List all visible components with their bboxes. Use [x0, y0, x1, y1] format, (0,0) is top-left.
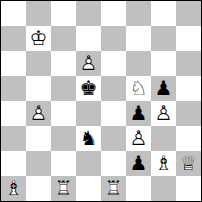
square-d1[interactable] [76, 176, 101, 201]
square-a3[interactable] [1, 126, 26, 151]
piece-white-rook[interactable]: ♜♖ [51, 176, 76, 201]
white-pawn-glyph: ♙ [151, 101, 176, 126]
white-rook-glyph: ♖ [51, 176, 76, 201]
white-pawn-glyph: ♙ [126, 126, 151, 151]
square-h2[interactable]: ♛♕ [176, 151, 201, 176]
white-queen-glyph: ♕ [176, 151, 201, 176]
square-a5[interactable] [1, 76, 26, 101]
square-h7[interactable] [176, 26, 201, 51]
square-g6[interactable] [151, 51, 176, 76]
piece-white-bishop[interactable]: ♝♗ [1, 176, 26, 201]
square-h4[interactable] [176, 101, 201, 126]
square-g5[interactable]: ♟ [151, 76, 176, 101]
piece-white-bishop[interactable]: ♝♗ [151, 151, 176, 176]
piece-white-rook[interactable]: ♜♖ [101, 176, 126, 201]
square-h6[interactable] [176, 51, 201, 76]
square-a4[interactable] [1, 101, 26, 126]
square-h1[interactable] [176, 176, 201, 201]
white-rook-glyph: ♖ [101, 176, 126, 201]
square-d8[interactable] [76, 1, 101, 26]
square-f7[interactable] [126, 26, 151, 51]
square-h8[interactable] [176, 1, 201, 26]
square-b7[interactable]: ♚♔ [26, 26, 51, 51]
square-e3[interactable] [101, 126, 126, 151]
square-c1[interactable]: ♜♖ [51, 176, 76, 201]
square-a6[interactable] [1, 51, 26, 76]
square-b4[interactable]: ♟♙ [26, 101, 51, 126]
square-b6[interactable] [26, 51, 51, 76]
square-e2[interactable] [101, 151, 126, 176]
white-pawn-glyph: ♙ [76, 51, 101, 76]
square-e7[interactable] [101, 26, 126, 51]
square-f4[interactable]: ♟ [126, 101, 151, 126]
square-d2[interactable] [76, 151, 101, 176]
square-g2[interactable]: ♝♗ [151, 151, 176, 176]
chess-board: ♚♔♟♙♚♞♘♟♟♙♟♟♙♞♟♙♟♝♗♛♕♝♗♜♖♜♖ [0, 0, 202, 202]
square-a1[interactable]: ♝♗ [1, 176, 26, 201]
square-d7[interactable] [76, 26, 101, 51]
square-g4[interactable]: ♟♙ [151, 101, 176, 126]
square-h3[interactable] [176, 126, 201, 151]
piece-white-pawn[interactable]: ♟♙ [76, 51, 101, 76]
square-e4[interactable] [101, 101, 126, 126]
white-king-glyph: ♔ [26, 26, 51, 51]
square-f3[interactable]: ♟♙ [126, 126, 151, 151]
square-c4[interactable] [51, 101, 76, 126]
square-c8[interactable] [51, 1, 76, 26]
square-d5[interactable]: ♚ [76, 76, 101, 101]
square-d3[interactable]: ♞ [76, 126, 101, 151]
white-bishop-glyph: ♗ [1, 176, 26, 201]
white-knight-glyph: ♘ [126, 76, 151, 101]
square-c6[interactable] [51, 51, 76, 76]
square-d4[interactable] [76, 101, 101, 126]
square-c2[interactable] [51, 151, 76, 176]
square-e6[interactable] [101, 51, 126, 76]
square-b2[interactable] [26, 151, 51, 176]
square-f8[interactable] [126, 1, 151, 26]
square-g7[interactable] [151, 26, 176, 51]
square-b1[interactable] [26, 176, 51, 201]
square-a8[interactable] [1, 1, 26, 26]
piece-white-pawn[interactable]: ♟♙ [151, 101, 176, 126]
piece-white-king[interactable]: ♚♔ [26, 26, 51, 51]
piece-white-pawn[interactable]: ♟♙ [126, 126, 151, 151]
square-a7[interactable] [1, 26, 26, 51]
square-g1[interactable] [151, 176, 176, 201]
square-b5[interactable] [26, 76, 51, 101]
white-pawn-glyph: ♙ [26, 101, 51, 126]
black-king-glyph: ♚ [76, 76, 101, 101]
black-pawn-glyph: ♟ [126, 151, 151, 176]
black-knight-glyph: ♞ [76, 126, 101, 151]
black-pawn-glyph: ♟ [151, 76, 176, 101]
square-e1[interactable]: ♜♖ [101, 176, 126, 201]
white-bishop-glyph: ♗ [151, 151, 176, 176]
square-c5[interactable] [51, 76, 76, 101]
black-pawn-glyph: ♟ [126, 101, 151, 126]
square-b3[interactable] [26, 126, 51, 151]
piece-black-knight[interactable]: ♞ [76, 126, 101, 151]
piece-white-pawn[interactable]: ♟♙ [26, 101, 51, 126]
piece-black-pawn[interactable]: ♟ [126, 101, 151, 126]
square-g3[interactable] [151, 126, 176, 151]
square-g8[interactable] [151, 1, 176, 26]
square-h5[interactable] [176, 76, 201, 101]
square-f2[interactable]: ♟ [126, 151, 151, 176]
square-d6[interactable]: ♟♙ [76, 51, 101, 76]
square-c7[interactable] [51, 26, 76, 51]
piece-white-queen[interactable]: ♛♕ [176, 151, 201, 176]
square-a2[interactable] [1, 151, 26, 176]
square-e5[interactable] [101, 76, 126, 101]
piece-white-knight[interactable]: ♞♘ [126, 76, 151, 101]
square-e8[interactable] [101, 1, 126, 26]
square-f1[interactable] [126, 176, 151, 201]
piece-black-king[interactable]: ♚ [76, 76, 101, 101]
square-f6[interactable] [126, 51, 151, 76]
square-f5[interactable]: ♞♘ [126, 76, 151, 101]
square-c3[interactable] [51, 126, 76, 151]
square-b8[interactable] [26, 1, 51, 26]
piece-black-pawn[interactable]: ♟ [126, 151, 151, 176]
piece-black-pawn[interactable]: ♟ [151, 76, 176, 101]
